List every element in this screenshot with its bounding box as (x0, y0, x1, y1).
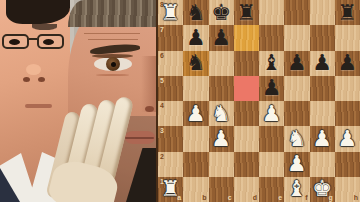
square-c8[interactable]: ♚ (209, 0, 234, 25)
square-e6[interactable]: ♝ (259, 51, 284, 76)
square-b6[interactable]: ♞ (183, 51, 208, 76)
square-d7[interactable] (234, 25, 259, 50)
square-b3[interactable] (183, 126, 208, 151)
square-e5[interactable]: ♟ (259, 76, 284, 101)
square-a7[interactable]: 7 (158, 25, 183, 50)
square-f3[interactable]: ♞ (284, 126, 309, 151)
left-player-eye (9, 39, 20, 45)
square-g1[interactable]: g♚ (310, 177, 335, 202)
square-c7[interactable]: ♟ (209, 25, 234, 50)
white-pawn-h3: ♟ (335, 126, 360, 151)
square-b5[interactable] (183, 76, 208, 101)
square-b1[interactable]: b (183, 177, 208, 202)
left-player-mouth (25, 104, 52, 108)
white-bishop-f1: ♝ (284, 177, 309, 202)
white-knight-c4: ♞ (209, 101, 234, 126)
black-pawn-f6: ♟ (284, 51, 309, 76)
file-label-h: h (354, 194, 358, 201)
white-rook-a1: ♜ (158, 177, 183, 202)
square-d4[interactable] (234, 101, 259, 126)
square-a6[interactable]: 6 (158, 51, 183, 76)
square-a1[interactable]: 1a♜ (158, 177, 183, 202)
square-a8[interactable]: 8♜ (158, 0, 183, 25)
square-c6[interactable] (209, 51, 234, 76)
square-c5[interactable] (209, 76, 234, 101)
left-player-nose (26, 64, 41, 75)
black-king-c8: ♚ (209, 0, 234, 25)
white-rook-a8: ♜ (158, 0, 183, 25)
square-h2[interactable] (335, 152, 360, 177)
square-e3[interactable] (259, 126, 284, 151)
square-f8[interactable] (284, 0, 309, 25)
right-player-hair (68, 0, 156, 27)
square-e4[interactable]: ♟ (259, 101, 284, 126)
rank-label-5: 5 (160, 77, 164, 84)
black-rook-h8: ♜ (335, 0, 360, 25)
square-f2[interactable]: ♟ (284, 152, 309, 177)
black-pawn-h6: ♟ (335, 51, 360, 76)
square-e2[interactable] (259, 152, 284, 177)
square-e1[interactable]: e (259, 177, 284, 202)
square-h1[interactable]: h (335, 177, 360, 202)
black-pawn-e5: ♟ (259, 76, 284, 101)
square-f4[interactable] (284, 101, 309, 126)
black-rook-d8: ♜ (234, 0, 259, 25)
rank-label-7: 7 (160, 26, 164, 33)
square-g3[interactable]: ♟ (310, 126, 335, 151)
black-knight-b8: ♞ (183, 0, 208, 25)
rank-label-2: 2 (160, 153, 164, 160)
square-d2[interactable] (234, 152, 259, 177)
square-g2[interactable] (310, 152, 335, 177)
square-g8[interactable] (310, 0, 335, 25)
white-pawn-b4: ♟ (183, 101, 208, 126)
square-d3[interactable] (234, 126, 259, 151)
thumbnail: 8♜♞♚♜♜7♟♟6♞♝♟♟♟5♟4♟♞♟3♟♞♟♟2♟1a♜bcdef♝g♚h (0, 0, 360, 202)
white-king-g1: ♚ (310, 177, 335, 202)
square-g4[interactable] (310, 101, 335, 126)
white-knight-f3: ♞ (284, 126, 309, 151)
square-g6[interactable]: ♟ (310, 51, 335, 76)
left-player-eye (43, 39, 54, 45)
square-a3[interactable]: 3 (158, 126, 183, 151)
white-pawn-f2: ♟ (284, 152, 309, 177)
square-h3[interactable]: ♟ (335, 126, 360, 151)
square-d6[interactable] (234, 51, 259, 76)
white-pawn-g3: ♟ (310, 126, 335, 151)
black-bishop-e6: ♝ (259, 51, 284, 76)
black-pawn-b7: ♟ (183, 25, 208, 50)
file-label-c: c (228, 194, 232, 201)
square-b2[interactable] (183, 152, 208, 177)
square-e7[interactable] (259, 25, 284, 50)
square-f6[interactable]: ♟ (284, 51, 309, 76)
file-label-d: d (253, 194, 257, 201)
left-player-hair (6, 0, 70, 24)
right-player-photo (68, 0, 156, 202)
square-d5[interactable] (234, 76, 259, 101)
square-d1[interactable]: d (234, 177, 259, 202)
square-e8[interactable] (259, 0, 284, 25)
black-pawn-g6: ♟ (310, 51, 335, 76)
square-g7[interactable] (310, 25, 335, 50)
square-a4[interactable]: 4 (158, 101, 183, 126)
square-h6[interactable]: ♟ (335, 51, 360, 76)
chess-board: 8♜♞♚♜♜7♟♟6♞♝♟♟♟5♟4♟♞♟3♟♞♟♟2♟1a♜bcdef♝g♚h (156, 0, 360, 202)
square-c1[interactable]: c (209, 177, 234, 202)
rank-label-4: 4 (160, 102, 164, 109)
square-b7[interactable]: ♟ (183, 25, 208, 50)
white-pawn-e4: ♟ (259, 101, 284, 126)
square-f1[interactable]: f♝ (284, 177, 309, 202)
square-b4[interactable]: ♟ (183, 101, 208, 126)
square-h7[interactable] (335, 25, 360, 50)
square-c3[interactable]: ♟ (209, 126, 234, 151)
file-label-e: e (278, 194, 282, 201)
square-a5[interactable]: 5 (158, 76, 183, 101)
black-pawn-c7: ♟ (209, 25, 234, 50)
players-photo-montage (0, 0, 156, 202)
square-c4[interactable]: ♞ (209, 101, 234, 126)
white-pawn-c3: ♟ (209, 126, 234, 151)
rank-label-6: 6 (160, 52, 164, 59)
square-a2[interactable]: 2 (158, 152, 183, 177)
square-h5[interactable] (335, 76, 360, 101)
square-h8[interactable]: ♜ (335, 0, 360, 25)
black-knight-b6: ♞ (183, 51, 208, 76)
square-d8[interactable]: ♜ (234, 0, 259, 25)
square-g5[interactable] (310, 76, 335, 101)
square-c2[interactable] (209, 152, 234, 177)
square-f7[interactable] (284, 25, 309, 50)
rank-label-3: 3 (160, 127, 164, 134)
file-label-b: b (202, 194, 206, 201)
square-h4[interactable] (335, 101, 360, 126)
square-f5[interactable] (284, 76, 309, 101)
square-b8[interactable]: ♞ (183, 0, 208, 25)
